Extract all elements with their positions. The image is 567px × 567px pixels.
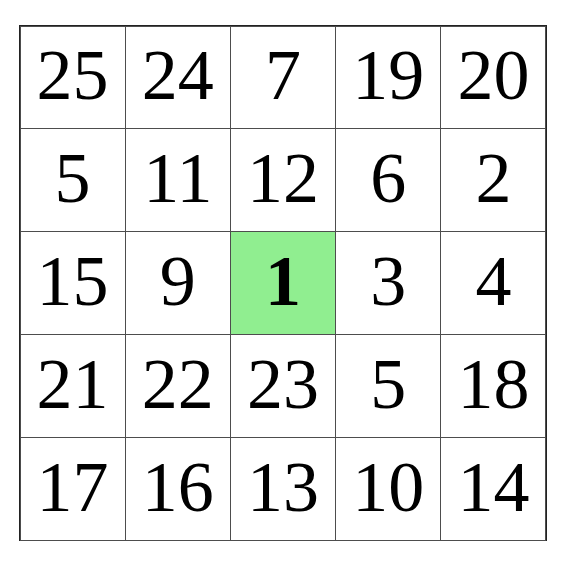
- grid-cell-r0c4[interactable]: 20: [440, 26, 546, 130]
- grid-cell-r1c1[interactable]: 11: [125, 128, 231, 232]
- grid-cell-r1c0[interactable]: 5: [20, 128, 126, 232]
- grid-cell-highlighted[interactable]: 1: [230, 231, 336, 335]
- grid-cell-r2c1[interactable]: 9: [125, 231, 231, 335]
- grid-cell-r4c3[interactable]: 10: [335, 437, 441, 541]
- grid-cell-r3c4[interactable]: 18: [440, 334, 546, 438]
- grid-cell-r2c3[interactable]: 3: [335, 231, 441, 335]
- grid-cell-r2c4[interactable]: 4: [440, 231, 546, 335]
- grid-cell-r4c0[interactable]: 17: [20, 437, 126, 541]
- grid-cell-r3c3[interactable]: 5: [335, 334, 441, 438]
- grid-cell-r4c4[interactable]: 14: [440, 437, 546, 541]
- grid-cell-r2c0[interactable]: 15: [20, 231, 126, 335]
- grid-cell-r1c3[interactable]: 6: [335, 128, 441, 232]
- grid-cell-r0c3[interactable]: 19: [335, 26, 441, 130]
- grid-cell-r0c1[interactable]: 24: [125, 26, 231, 130]
- number-grid-board: 2524719205111262159134212223518171613101…: [19, 25, 547, 541]
- grid-cell-r4c2[interactable]: 13: [230, 437, 336, 541]
- grid-cell-r3c0[interactable]: 21: [20, 334, 126, 438]
- grid-cell-r0c2[interactable]: 7: [230, 26, 336, 130]
- grid-cell-r0c0[interactable]: 25: [20, 26, 126, 130]
- grid-cell-r3c2[interactable]: 23: [230, 334, 336, 438]
- grid-cell-r1c2[interactable]: 12: [230, 128, 336, 232]
- grid-cell-r3c1[interactable]: 22: [125, 334, 231, 438]
- grid-cell-r4c1[interactable]: 16: [125, 437, 231, 541]
- grid-cell-r1c4[interactable]: 2: [440, 128, 546, 232]
